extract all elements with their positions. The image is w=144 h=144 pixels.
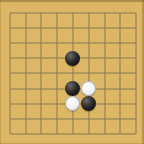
intersection-F4[interactable]: ○	[81, 81, 97, 96]
black-stone: ●	[65, 81, 80, 96]
intersection-G3[interactable]	[97, 96, 113, 111]
intersection-B7[interactable]	[18, 35, 34, 50]
intersection-B5[interactable]	[18, 66, 34, 81]
intersection-A2[interactable]	[2, 112, 18, 127]
intersection-E2[interactable]	[65, 112, 81, 127]
intersection-B9[interactable]	[18, 5, 34, 20]
intersection-F7[interactable]	[81, 35, 97, 50]
intersection-G9[interactable]	[97, 5, 113, 20]
intersection-E8[interactable]	[65, 20, 81, 35]
intersection-A4[interactable]	[2, 81, 18, 96]
intersection-E9[interactable]	[65, 5, 81, 20]
intersection-H9[interactable]	[112, 5, 128, 20]
intersection-C3[interactable]	[34, 96, 50, 111]
intersection-D5[interactable]	[49, 66, 65, 81]
intersection-G2[interactable]	[97, 112, 113, 127]
go-board: ●●○○●	[0, 0, 144, 144]
intersection-H8[interactable]	[112, 20, 128, 35]
intersection-A3[interactable]	[2, 96, 18, 111]
intersection-E5[interactable]	[65, 66, 81, 81]
intersection-H7[interactable]	[112, 35, 128, 50]
intersection-A6[interactable]	[2, 51, 18, 66]
intersection-J1[interactable]	[128, 127, 144, 142]
intersection-F9[interactable]	[81, 5, 97, 20]
intersection-E3[interactable]: ○	[65, 96, 81, 111]
intersection-B3[interactable]	[18, 96, 34, 111]
intersection-J4[interactable]	[128, 81, 144, 96]
intersection-G8[interactable]	[97, 20, 113, 35]
intersection-J3[interactable]	[128, 96, 144, 111]
intersection-E6[interactable]: ●	[65, 51, 81, 66]
intersection-J2[interactable]	[128, 112, 144, 127]
intersection-G1[interactable]	[97, 127, 113, 142]
intersection-G5[interactable]	[97, 66, 113, 81]
white-stone: ○	[81, 81, 96, 96]
intersection-A7[interactable]	[2, 35, 18, 50]
intersection-F6[interactable]	[81, 51, 97, 66]
white-stone: ○	[65, 96, 80, 111]
intersection-J5[interactable]	[128, 66, 144, 81]
intersection-C2[interactable]	[34, 112, 50, 127]
intersection-J7[interactable]	[128, 35, 144, 50]
intersection-B1[interactable]	[18, 127, 34, 142]
black-stone: ●	[81, 96, 96, 111]
intersection-F2[interactable]	[81, 112, 97, 127]
intersection-C8[interactable]	[34, 20, 50, 35]
intersection-G4[interactable]	[97, 81, 113, 96]
intersection-J8[interactable]	[128, 20, 144, 35]
intersection-G6[interactable]	[97, 51, 113, 66]
intersection-C6[interactable]	[34, 51, 50, 66]
intersection-B6[interactable]	[18, 51, 34, 66]
intersection-C1[interactable]	[34, 127, 50, 142]
intersection-B8[interactable]	[18, 20, 34, 35]
intersection-E7[interactable]	[65, 35, 81, 50]
intersection-H2[interactable]	[112, 112, 128, 127]
black-stone: ●	[65, 51, 80, 66]
intersection-D2[interactable]	[49, 112, 65, 127]
intersection-F8[interactable]	[81, 20, 97, 35]
intersection-F5[interactable]	[81, 66, 97, 81]
intersection-E4[interactable]: ●	[65, 81, 81, 96]
intersection-B2[interactable]	[18, 112, 34, 127]
intersection-D4[interactable]	[49, 81, 65, 96]
intersection-J6[interactable]	[128, 51, 144, 66]
intersection-C5[interactable]	[34, 66, 50, 81]
intersection-G7[interactable]	[97, 35, 113, 50]
intersection-J9[interactable]	[128, 5, 144, 20]
intersection-A8[interactable]	[2, 20, 18, 35]
intersection-F3[interactable]: ●	[81, 96, 97, 111]
intersection-A5[interactable]	[2, 66, 18, 81]
intersection-F1[interactable]	[81, 127, 97, 142]
intersection-A9[interactable]	[2, 5, 18, 20]
intersection-D1[interactable]	[49, 127, 65, 142]
intersection-H4[interactable]	[112, 81, 128, 96]
intersection-D6[interactable]	[49, 51, 65, 66]
intersection-C9[interactable]	[34, 5, 50, 20]
intersection-H1[interactable]	[112, 127, 128, 142]
intersection-D9[interactable]	[49, 5, 65, 20]
intersection-D3[interactable]	[49, 96, 65, 111]
intersection-C7[interactable]	[34, 35, 50, 50]
go-board-screenshot: ●●○○●	[0, 0, 144, 144]
intersection-H5[interactable]	[112, 66, 128, 81]
intersection-E1[interactable]	[65, 127, 81, 142]
intersection-D8[interactable]	[49, 20, 65, 35]
intersection-B4[interactable]	[18, 81, 34, 96]
intersection-A1[interactable]	[2, 127, 18, 142]
intersection-C4[interactable]	[34, 81, 50, 96]
intersection-D7[interactable]	[49, 35, 65, 50]
intersection-H3[interactable]	[112, 96, 128, 111]
intersection-H6[interactable]	[112, 51, 128, 66]
